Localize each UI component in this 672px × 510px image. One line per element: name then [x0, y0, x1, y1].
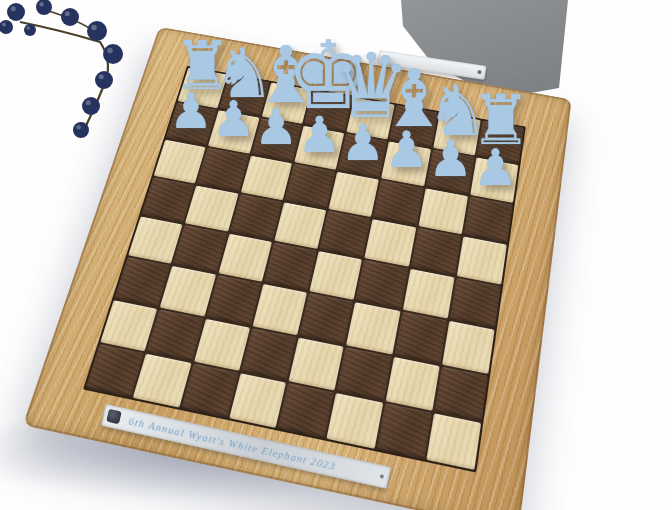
piece-white-pawn[interactable]: ♟ — [338, 119, 388, 169]
photo-backdrop: 6th Annual Wyatt's White Elephant 2023 ♜… — [0, 0, 672, 510]
piece-white-pawn[interactable]: ♟ — [382, 126, 432, 176]
pieces-layer: ♜♞♝♚♛♝♞♜♟♟♟♟♟♟♟♟ — [0, 0, 672, 510]
piece-white-pawn[interactable]: ♟ — [295, 111, 345, 161]
piece-white-pawn[interactable]: ♟ — [252, 103, 301, 152]
piece-white-pawn[interactable]: ♟ — [470, 143, 520, 193]
piece-white-pawn[interactable]: ♟ — [426, 134, 476, 184]
